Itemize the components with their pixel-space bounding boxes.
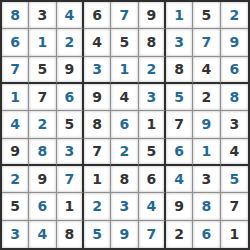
cell-r5c7[interactable]: 7: [166, 111, 193, 138]
cell-r5c2[interactable]: 2: [29, 111, 56, 138]
cell-r4c9[interactable]: 8: [221, 84, 248, 111]
cell-r2c2[interactable]: 1: [29, 29, 56, 56]
cell-r3c6[interactable]: 2: [139, 57, 166, 84]
cell-r6c6[interactable]: 5: [139, 139, 166, 166]
cell-r8c4[interactable]: 2: [84, 193, 111, 220]
cell-r1c2[interactable]: 3: [29, 2, 56, 29]
cell-r1c4[interactable]: 6: [84, 2, 111, 29]
cell-r9c4[interactable]: 5: [84, 221, 111, 248]
cell-r2c9[interactable]: 9: [221, 29, 248, 56]
cell-r5c8[interactable]: 9: [193, 111, 220, 138]
cell-r3c5[interactable]: 1: [111, 57, 138, 84]
cell-r6c2[interactable]: 8: [29, 139, 56, 166]
cell-r4c6[interactable]: 3: [139, 84, 166, 111]
cell-r6c9[interactable]: 4: [221, 139, 248, 166]
cell-r9c1[interactable]: 3: [2, 221, 29, 248]
cell-r2c5[interactable]: 5: [111, 29, 138, 56]
cell-r1c3[interactable]: 4: [57, 2, 84, 29]
cell-r4c2[interactable]: 7: [29, 84, 56, 111]
cell-r2c6[interactable]: 8: [139, 29, 166, 56]
cell-r1c7[interactable]: 1: [166, 2, 193, 29]
cell-r7c1[interactable]: 2: [2, 166, 29, 193]
cell-r2c1[interactable]: 6: [2, 29, 29, 56]
cell-r6c8[interactable]: 1: [193, 139, 220, 166]
cell-r5c3[interactable]: 5: [57, 111, 84, 138]
cell-r3c1[interactable]: 7: [2, 57, 29, 84]
cell-r6c7[interactable]: 6: [166, 139, 193, 166]
sudoku-board: 8346791526124583797593128461769435284258…: [0, 0, 250, 250]
cell-r1c8[interactable]: 5: [193, 2, 220, 29]
cell-r3c9[interactable]: 6: [221, 57, 248, 84]
cell-r5c9[interactable]: 3: [221, 111, 248, 138]
cell-r6c5[interactable]: 2: [111, 139, 138, 166]
cell-r6c3[interactable]: 3: [57, 139, 84, 166]
cell-r7c3[interactable]: 7: [57, 166, 84, 193]
cell-r4c4[interactable]: 9: [84, 84, 111, 111]
cell-r8c9[interactable]: 7: [221, 193, 248, 220]
cell-r7c8[interactable]: 3: [193, 166, 220, 193]
cell-r4c3[interactable]: 6: [57, 84, 84, 111]
cell-r9c9[interactable]: 1: [221, 221, 248, 248]
cell-r2c4[interactable]: 4: [84, 29, 111, 56]
cell-r3c3[interactable]: 9: [57, 57, 84, 84]
cell-r3c8[interactable]: 4: [193, 57, 220, 84]
cell-r2c7[interactable]: 3: [166, 29, 193, 56]
cell-r8c8[interactable]: 8: [193, 193, 220, 220]
cell-r3c7[interactable]: 8: [166, 57, 193, 84]
cell-r4c8[interactable]: 2: [193, 84, 220, 111]
cell-r1c9[interactable]: 2: [221, 2, 248, 29]
cell-r6c1[interactable]: 9: [2, 139, 29, 166]
cell-r3c4[interactable]: 3: [84, 57, 111, 84]
cell-r2c3[interactable]: 2: [57, 29, 84, 56]
cell-r9c7[interactable]: 2: [166, 221, 193, 248]
cell-r5c4[interactable]: 8: [84, 111, 111, 138]
cell-r9c3[interactable]: 8: [57, 221, 84, 248]
cell-r8c3[interactable]: 1: [57, 193, 84, 220]
cell-r8c5[interactable]: 3: [111, 193, 138, 220]
cell-r9c6[interactable]: 7: [139, 221, 166, 248]
cell-r9c5[interactable]: 9: [111, 221, 138, 248]
cell-r1c1[interactable]: 8: [2, 2, 29, 29]
cell-r1c6[interactable]: 9: [139, 2, 166, 29]
cell-r4c1[interactable]: 1: [2, 84, 29, 111]
cell-r9c2[interactable]: 4: [29, 221, 56, 248]
cell-r1c5[interactable]: 7: [111, 2, 138, 29]
cell-r7c5[interactable]: 8: [111, 166, 138, 193]
cell-r9c8[interactable]: 6: [193, 221, 220, 248]
cell-r7c6[interactable]: 6: [139, 166, 166, 193]
cell-r6c4[interactable]: 7: [84, 139, 111, 166]
cell-r7c7[interactable]: 4: [166, 166, 193, 193]
cell-r5c6[interactable]: 1: [139, 111, 166, 138]
cell-r7c9[interactable]: 5: [221, 166, 248, 193]
cell-r8c7[interactable]: 9: [166, 193, 193, 220]
cell-r3c2[interactable]: 5: [29, 57, 56, 84]
cell-r7c2[interactable]: 9: [29, 166, 56, 193]
cell-r8c6[interactable]: 4: [139, 193, 166, 220]
cell-r5c1[interactable]: 4: [2, 111, 29, 138]
cell-r8c2[interactable]: 6: [29, 193, 56, 220]
cell-r8c1[interactable]: 5: [2, 193, 29, 220]
cell-r2c8[interactable]: 7: [193, 29, 220, 56]
cell-r7c4[interactable]: 1: [84, 166, 111, 193]
cell-r5c5[interactable]: 6: [111, 111, 138, 138]
cell-r4c7[interactable]: 5: [166, 84, 193, 111]
cell-r4c5[interactable]: 4: [111, 84, 138, 111]
